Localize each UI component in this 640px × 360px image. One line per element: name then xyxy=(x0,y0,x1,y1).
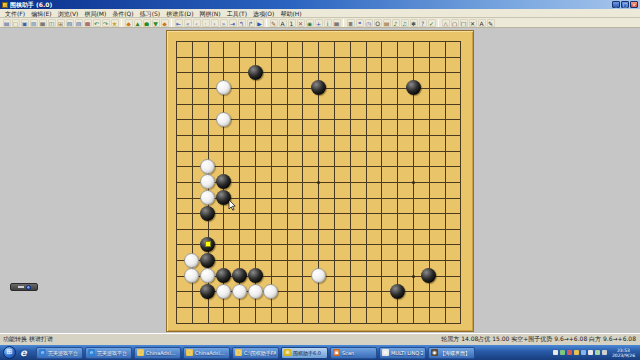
taskbar: ⊞ e e完美游戏平台e完美游戏平台▢ChinaAdsl...▢ChinaAds… xyxy=(0,345,640,360)
taskbar-button-6[interactable]: ▣Scan xyxy=(330,347,377,359)
mark-triangle-icon[interactable]: △ xyxy=(442,19,450,27)
first-move-icon[interactable]: ⇤ xyxy=(175,19,183,27)
white-stone[interactable] xyxy=(200,174,215,189)
toolbar-separator xyxy=(121,19,122,27)
shell-app-icon: ◉ xyxy=(431,349,438,356)
grid-app-icon: ⊞ xyxy=(382,349,389,356)
copy-icon[interactable]: ▧ xyxy=(66,19,74,27)
number-icon[interactable]: 1 xyxy=(288,19,296,27)
black-stone[interactable] xyxy=(216,268,231,283)
grid-line-h xyxy=(176,229,461,230)
tray-icon-group xyxy=(553,350,607,355)
white-stone[interactable] xyxy=(216,80,231,95)
ie-pinned-icon[interactable]: e xyxy=(20,347,31,358)
taskbar-button-label: 完美游戏平台 xyxy=(48,350,78,356)
mark-square-icon[interactable]: □ xyxy=(460,19,468,27)
menu-item-1[interactable]: 编辑(E) xyxy=(28,9,54,18)
ie-window-icon: e xyxy=(88,349,95,356)
fwd-10-icon[interactable]: » xyxy=(220,19,228,27)
grid-line-v xyxy=(460,41,461,324)
settings-icon[interactable]: ✱ xyxy=(410,19,418,27)
taskbar-button-label: 围棋助手6.0 xyxy=(293,350,321,356)
taskbar-button-label: C:\围棋助手FAN xyxy=(244,350,276,356)
mouse-cursor xyxy=(228,196,236,215)
taskbar-button-1[interactable]: e完美游戏平台 xyxy=(85,347,132,359)
tree-icon[interactable]: ≣ xyxy=(347,19,355,27)
black-stone[interactable] xyxy=(248,268,263,283)
search-icon[interactable]: Q xyxy=(374,19,382,27)
clock-icon[interactable]: ◷ xyxy=(365,19,373,27)
menu-item-0[interactable]: 文件(F) xyxy=(2,9,28,18)
taskbar-button-3[interactable]: ▢ChinaAdsl... xyxy=(183,347,230,359)
black-stone[interactable] xyxy=(216,174,231,189)
folder-icon: ▢ xyxy=(186,349,193,356)
black-stone[interactable] xyxy=(200,206,215,221)
menu-item-9[interactable]: 选项(O) xyxy=(250,9,277,18)
menu-item-7[interactable]: 网棋(N) xyxy=(197,9,224,18)
white-stone[interactable] xyxy=(216,112,231,127)
toolbar: ▤▢▣▥▦◫⊞▧▨▩↶↷★◆▲●▼◆⇤«‹·›»⇥↰↱▶✎A1✕◉+i▦≣❝◷Q… xyxy=(0,18,640,28)
system-tray: 23:53 2023/9/26 xyxy=(553,348,640,358)
menu-item-5[interactable]: 练习(S) xyxy=(137,9,164,18)
undo-icon[interactable]: ↶ xyxy=(93,19,101,27)
white-stone[interactable] xyxy=(263,284,278,299)
step-up-icon[interactable]: ▲ xyxy=(134,19,142,27)
taskbar-button-4[interactable]: ▢C:\围棋助手FAN xyxy=(232,347,279,359)
black-stone[interactable] xyxy=(390,284,405,299)
redo-icon[interactable]: ↷ xyxy=(102,19,110,27)
white-stone[interactable] xyxy=(184,268,199,283)
save-all-icon[interactable]: ▥ xyxy=(30,19,38,27)
grid-line-h xyxy=(176,244,461,245)
board-icon[interactable]: ⊞ xyxy=(57,19,65,27)
mark-pencil-icon[interactable]: ✎ xyxy=(487,19,495,27)
pencil-icon[interactable]: ✎ xyxy=(270,19,278,27)
help-icon[interactable]: ? xyxy=(419,19,427,27)
white-stone[interactable] xyxy=(184,253,199,268)
jump-start-icon[interactable]: ◆ xyxy=(125,19,133,27)
info-icon[interactable]: i xyxy=(324,19,332,27)
letter-icon[interactable]: A xyxy=(279,19,287,27)
grid-line-v xyxy=(366,41,367,324)
pause-icon[interactable]: · xyxy=(202,19,210,27)
comment-icon[interactable]: ❝ xyxy=(356,19,364,27)
back-10-icon[interactable]: « xyxy=(184,19,192,27)
menu-item-2[interactable]: 浏览(V) xyxy=(55,9,82,18)
add-stone-icon[interactable]: + xyxy=(315,19,323,27)
grid-line-v xyxy=(445,41,446,324)
toolbar-separator xyxy=(343,19,344,27)
grid-line-h xyxy=(176,260,461,261)
favorite-icon[interactable]: ★ xyxy=(111,19,119,27)
menu-bar: 文件(F)编辑(E)浏览(V)棋局(M)条件(Q)练习(S)棋谱库(D)网棋(N… xyxy=(0,9,640,18)
print-icon[interactable]: ▦ xyxy=(39,19,47,27)
taskbar-button-label: ChinaAdsl... xyxy=(195,350,225,356)
preview-icon[interactable]: ◫ xyxy=(48,19,56,27)
taskbar-button-label: Scan xyxy=(342,350,354,356)
taskbar-button-label: 【海螺界面】 xyxy=(440,350,470,356)
taskbar-button-5[interactable]: ⊞围棋助手6.0 xyxy=(281,347,328,359)
desktop-widget[interactable] xyxy=(10,283,38,291)
menu-item-3[interactable]: 棋局(M) xyxy=(81,9,109,18)
tray-msg-icon[interactable] xyxy=(574,350,579,355)
menu-item-4[interactable]: 条件(Q) xyxy=(109,9,136,18)
tray-volume-icon[interactable] xyxy=(553,350,558,355)
grid-line-h xyxy=(176,213,461,214)
taskbar-buttons: e完美游戏平台e完美游戏平台▢ChinaAdsl...▢ChinaAdsl...… xyxy=(36,347,475,359)
branch-next-icon[interactable]: ↱ xyxy=(247,19,255,27)
scan-app-icon: ▣ xyxy=(333,349,340,356)
check-icon[interactable]: ✓ xyxy=(428,19,436,27)
erase-icon[interactable]: ✕ xyxy=(297,19,305,27)
tray-shield-icon[interactable] xyxy=(567,350,572,355)
close-button[interactable]: ✕ xyxy=(630,1,638,8)
toolbar-separator xyxy=(171,19,172,27)
music-icon[interactable]: ♫ xyxy=(401,19,409,27)
star-point xyxy=(412,181,415,184)
go-board[interactable] xyxy=(166,30,474,332)
folder-icon: ▢ xyxy=(235,349,242,356)
black-stone[interactable] xyxy=(200,284,215,299)
widget-blue-orb-icon xyxy=(26,285,31,290)
open-folder-icon[interactable]: ▢ xyxy=(12,19,20,27)
last-move-icon[interactable]: ⇥ xyxy=(229,19,237,27)
black-stone[interactable] xyxy=(421,268,436,283)
new-file-icon[interactable]: ▤ xyxy=(3,19,11,27)
toolbar-separator xyxy=(266,19,267,27)
tray-usb-icon[interactable] xyxy=(602,350,607,355)
folder-icon: ▢ xyxy=(137,349,144,356)
go-board-grid xyxy=(176,41,460,323)
status-bar: 功能转换 棋谱打谱 轮黑方 14.08占优 15.00 实空+围子优势 9.6→… xyxy=(0,333,640,345)
grid-line-v xyxy=(397,41,398,324)
maximize-button[interactable]: □ xyxy=(621,1,629,8)
ie-window-icon: e xyxy=(39,349,46,356)
taskbar-button-0[interactable]: e完美游戏平台 xyxy=(36,347,83,359)
grid-line-v xyxy=(334,41,335,324)
auto-play-icon[interactable]: ▶ xyxy=(256,19,264,27)
last-move-marker xyxy=(205,241,211,247)
branch-prev-icon[interactable]: ↰ xyxy=(238,19,246,27)
tray-input-icon[interactable] xyxy=(588,350,593,355)
start-button[interactable]: ⊞ xyxy=(3,346,16,359)
taskbar-button-7[interactable]: ⊞MULTI LINQ Zea... xyxy=(379,347,426,359)
black-stone[interactable] xyxy=(406,80,421,95)
jump-end-icon[interactable]: ◆ xyxy=(161,19,169,27)
play-icon[interactable]: ● xyxy=(143,19,151,27)
white-stone[interactable] xyxy=(232,284,247,299)
white-stone[interactable] xyxy=(200,159,215,174)
grid-line-h xyxy=(176,323,461,324)
white-stone[interactable] xyxy=(200,268,215,283)
sound-icon[interactable]: ♪ xyxy=(392,19,400,27)
fwd-1-icon[interactable]: › xyxy=(211,19,219,27)
grid-icon[interactable]: ▦ xyxy=(333,19,341,27)
widget-handle xyxy=(18,286,24,288)
grid-line-h xyxy=(176,307,461,308)
app-icon xyxy=(2,2,8,8)
delete-icon[interactable]: ▩ xyxy=(84,19,92,27)
mark-cross-icon[interactable]: ✕ xyxy=(469,19,477,27)
tray-update-icon[interactable] xyxy=(581,350,586,355)
star-point xyxy=(412,275,415,278)
target-icon[interactable]: ◉ xyxy=(306,19,314,27)
database-icon[interactable]: ▤ xyxy=(383,19,391,27)
paste-icon[interactable]: ▨ xyxy=(75,19,83,27)
step-down-icon[interactable]: ▼ xyxy=(152,19,160,27)
taskbar-clock[interactable]: 23:53 2023/9/26 xyxy=(609,348,638,358)
black-stone[interactable] xyxy=(311,80,326,95)
status-left-text: 功能转换 棋谱打谱 xyxy=(0,335,53,344)
star-point xyxy=(317,181,320,184)
tray-battery-icon[interactable] xyxy=(595,350,600,355)
toolbar-separator xyxy=(438,19,439,27)
minimize-button[interactable]: _ xyxy=(612,1,620,8)
white-stone[interactable] xyxy=(216,284,231,299)
taskbar-button-label: 完美游戏平台 xyxy=(97,350,127,356)
taskbar-button-label: MULTI LINQ Zea... xyxy=(391,350,423,356)
workspace xyxy=(0,28,640,333)
status-score-text: 轮黑方 14.08占优 15.00 实空+围子优势 9.6→+6.08 白方 9… xyxy=(441,335,640,344)
save-icon[interactable]: ▣ xyxy=(21,19,29,27)
menu-item-10[interactable]: 帮助(H) xyxy=(277,9,304,18)
menu-item-8[interactable]: 工具(T) xyxy=(224,9,250,18)
taskbar-button-8[interactable]: ◉【海螺界面】 xyxy=(428,347,475,359)
mark-letter-icon[interactable]: A xyxy=(478,19,486,27)
menu-item-6[interactable]: 棋谱库(D) xyxy=(163,9,196,18)
mark-circle-icon[interactable]: ○ xyxy=(451,19,459,27)
clock-date: 2023/9/26 xyxy=(612,353,635,358)
black-stone[interactable] xyxy=(248,65,263,80)
taskbar-button-2[interactable]: ▢ChinaAdsl... xyxy=(134,347,181,359)
white-stone[interactable] xyxy=(248,284,263,299)
black-stone[interactable] xyxy=(200,253,215,268)
grid-line-v xyxy=(350,41,351,324)
white-stone[interactable] xyxy=(200,190,215,205)
grid-line-v xyxy=(381,41,382,324)
white-stone[interactable] xyxy=(311,268,326,283)
black-stone[interactable] xyxy=(232,268,247,283)
back-1-icon[interactable]: ‹ xyxy=(193,19,201,27)
tray-network-icon[interactable] xyxy=(560,350,565,355)
taskbar-button-label: ChinaAdsl... xyxy=(146,350,176,356)
weiqi-app-icon: ⊞ xyxy=(284,349,291,356)
